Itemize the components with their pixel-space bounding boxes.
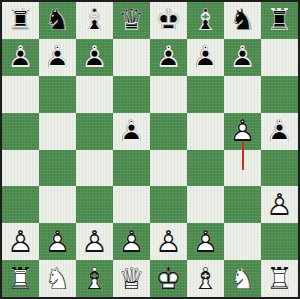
square-f5[interactable] bbox=[187, 113, 224, 150]
square-f6[interactable] bbox=[187, 76, 224, 113]
square-a1[interactable]: ♜♖ bbox=[2, 260, 39, 297]
square-d3[interactable] bbox=[113, 186, 150, 223]
square-g4[interactable] bbox=[224, 150, 261, 187]
piece-black-pawn-e7[interactable]: ♟♙ bbox=[150, 39, 187, 76]
piece-black-pawn-g7[interactable]: ♟♙ bbox=[224, 39, 261, 76]
square-g5[interactable]: ♟♙ bbox=[224, 113, 261, 150]
piece-glyph-outline: ♔ bbox=[150, 260, 187, 297]
piece-glyph-outline: ♙ bbox=[2, 39, 39, 76]
piece-glyph-outline: ♙ bbox=[76, 39, 113, 76]
piece-white-pawn-g5[interactable]: ♟♙ bbox=[224, 113, 261, 150]
chess-board-grid: ♜♖♞♘♝♗♛♕♚♔♝♗♞♘♜♖♟♙♟♙♟♙♟♙♟♙♟♙♟♙♟♙♟♙♟♙♟♙♟♙… bbox=[2, 2, 298, 297]
piece-black-knight-b8[interactable]: ♞♘ bbox=[39, 2, 76, 39]
square-f7[interactable]: ♟♙ bbox=[187, 39, 224, 76]
square-f2[interactable]: ♟♙ bbox=[187, 223, 224, 260]
piece-glyph-outline: ♙ bbox=[261, 186, 298, 223]
square-h6[interactable] bbox=[261, 76, 298, 113]
square-f1[interactable]: ♝♗ bbox=[187, 260, 224, 297]
square-a2[interactable]: ♟♙ bbox=[2, 223, 39, 260]
piece-white-pawn-f2[interactable]: ♟♙ bbox=[187, 223, 224, 260]
square-h5[interactable]: ♟♙ bbox=[261, 113, 298, 150]
square-c1[interactable]: ♝♗ bbox=[76, 260, 113, 297]
square-g2[interactable] bbox=[224, 223, 261, 260]
square-e5[interactable] bbox=[150, 113, 187, 150]
piece-black-pawn-a7[interactable]: ♟♙ bbox=[2, 39, 39, 76]
piece-glyph-outline: ♙ bbox=[224, 39, 261, 76]
square-b6[interactable] bbox=[39, 76, 76, 113]
square-h8[interactable]: ♜♖ bbox=[261, 2, 298, 39]
square-c3[interactable] bbox=[76, 186, 113, 223]
piece-glyph-outline: ♙ bbox=[224, 113, 261, 150]
square-g3[interactable] bbox=[224, 186, 261, 223]
square-c6[interactable] bbox=[76, 76, 113, 113]
square-b1[interactable]: ♞♘ bbox=[39, 260, 76, 297]
square-g8[interactable]: ♞♘ bbox=[224, 2, 261, 39]
piece-white-pawn-a2[interactable]: ♟♙ bbox=[2, 223, 39, 260]
piece-glyph-outline: ♙ bbox=[187, 223, 224, 260]
square-g7[interactable]: ♟♙ bbox=[224, 39, 261, 76]
square-b3[interactable] bbox=[39, 186, 76, 223]
piece-black-rook-a8[interactable]: ♜♖ bbox=[2, 2, 39, 39]
square-b8[interactable]: ♞♘ bbox=[39, 2, 76, 39]
square-a5[interactable] bbox=[2, 113, 39, 150]
piece-black-king-e8[interactable]: ♚♔ bbox=[150, 2, 187, 39]
piece-glyph-outline: ♙ bbox=[76, 223, 113, 260]
piece-white-bishop-f1[interactable]: ♝♗ bbox=[187, 260, 224, 297]
square-d6[interactable] bbox=[113, 76, 150, 113]
square-d5[interactable]: ♟♙ bbox=[113, 113, 150, 150]
piece-glyph-outline: ♙ bbox=[113, 113, 150, 150]
square-b4[interactable] bbox=[39, 150, 76, 187]
piece-white-rook-h1[interactable]: ♜♖ bbox=[261, 260, 298, 297]
piece-glyph-outline: ♘ bbox=[39, 260, 76, 297]
square-e7[interactable]: ♟♙ bbox=[150, 39, 187, 76]
chess-board: ♜♖♞♘♝♗♛♕♚♔♝♗♞♘♜♖♟♙♟♙♟♙♟♙♟♙♟♙♟♙♟♙♟♙♟♙♟♙♟♙… bbox=[0, 0, 300, 299]
piece-black-rook-h8[interactable]: ♜♖ bbox=[261, 2, 298, 39]
square-e8[interactable]: ♚♔ bbox=[150, 2, 187, 39]
piece-black-knight-g8[interactable]: ♞♘ bbox=[224, 2, 261, 39]
piece-white-knight-b1[interactable]: ♞♘ bbox=[39, 260, 76, 297]
square-d1[interactable]: ♛♕ bbox=[113, 260, 150, 297]
piece-glyph-outline: ♕ bbox=[113, 2, 150, 39]
square-d4[interactable] bbox=[113, 150, 150, 187]
square-c2[interactable]: ♟♙ bbox=[76, 223, 113, 260]
piece-white-pawn-c2[interactable]: ♟♙ bbox=[76, 223, 113, 260]
piece-white-pawn-h3[interactable]: ♟♙ bbox=[261, 186, 298, 223]
piece-white-pawn-d2[interactable]: ♟♙ bbox=[113, 223, 150, 260]
piece-glyph-outline: ♖ bbox=[261, 2, 298, 39]
piece-glyph-outline: ♘ bbox=[224, 260, 261, 297]
square-h3[interactable]: ♟♙ bbox=[261, 186, 298, 223]
square-d7[interactable] bbox=[113, 39, 150, 76]
piece-glyph-outline: ♗ bbox=[187, 2, 224, 39]
piece-glyph-outline: ♘ bbox=[224, 2, 261, 39]
piece-black-queen-d8[interactable]: ♛♕ bbox=[113, 2, 150, 39]
piece-black-pawn-c7[interactable]: ♟♙ bbox=[76, 39, 113, 76]
piece-glyph-outline: ♖ bbox=[2, 260, 39, 297]
piece-white-bishop-c1[interactable]: ♝♗ bbox=[76, 260, 113, 297]
piece-glyph-outline: ♙ bbox=[2, 223, 39, 260]
square-e2[interactable]: ♟♙ bbox=[150, 223, 187, 260]
piece-black-bishop-c8[interactable]: ♝♗ bbox=[76, 2, 113, 39]
piece-glyph-outline: ♗ bbox=[187, 260, 224, 297]
piece-glyph-outline: ♗ bbox=[76, 260, 113, 297]
square-e3[interactable] bbox=[150, 186, 187, 223]
square-e4[interactable] bbox=[150, 150, 187, 187]
piece-glyph-outline: ♙ bbox=[113, 223, 150, 260]
piece-glyph-outline: ♘ bbox=[39, 2, 76, 39]
square-b2[interactable]: ♟♙ bbox=[39, 223, 76, 260]
square-a7[interactable]: ♟♙ bbox=[2, 39, 39, 76]
piece-black-pawn-b7[interactable]: ♟♙ bbox=[39, 39, 76, 76]
piece-glyph-outline: ♙ bbox=[187, 39, 224, 76]
square-c5[interactable] bbox=[76, 113, 113, 150]
piece-black-pawn-h5[interactable]: ♟♙ bbox=[261, 113, 298, 150]
piece-black-pawn-f7[interactable]: ♟♙ bbox=[187, 39, 224, 76]
piece-glyph-outline: ♙ bbox=[261, 113, 298, 150]
square-f8[interactable]: ♝♗ bbox=[187, 2, 224, 39]
square-h4[interactable] bbox=[261, 150, 298, 187]
square-e6[interactable] bbox=[150, 76, 187, 113]
square-b7[interactable]: ♟♙ bbox=[39, 39, 76, 76]
square-a6[interactable] bbox=[2, 76, 39, 113]
piece-glyph-outline: ♗ bbox=[76, 2, 113, 39]
piece-white-pawn-e2[interactable]: ♟♙ bbox=[150, 223, 187, 260]
piece-glyph-outline: ♔ bbox=[150, 2, 187, 39]
piece-black-bishop-f8[interactable]: ♝♗ bbox=[187, 2, 224, 39]
piece-white-pawn-b2[interactable]: ♟♙ bbox=[39, 223, 76, 260]
piece-glyph-outline: ♙ bbox=[39, 39, 76, 76]
square-f4[interactable] bbox=[187, 150, 224, 187]
square-d2[interactable]: ♟♙ bbox=[113, 223, 150, 260]
square-h1[interactable]: ♜♖ bbox=[261, 260, 298, 297]
square-e1[interactable]: ♚♔ bbox=[150, 260, 187, 297]
piece-black-pawn-d5[interactable]: ♟♙ bbox=[113, 113, 150, 150]
square-b5[interactable] bbox=[39, 113, 76, 150]
square-d8[interactable]: ♛♕ bbox=[113, 2, 150, 39]
piece-glyph-outline: ♕ bbox=[113, 260, 150, 297]
piece-glyph-outline: ♙ bbox=[150, 223, 187, 260]
square-c7[interactable]: ♟♙ bbox=[76, 39, 113, 76]
square-g1[interactable]: ♞♘ bbox=[224, 260, 261, 297]
square-g6[interactable] bbox=[224, 76, 261, 113]
piece-white-king-e1[interactable]: ♚♔ bbox=[150, 260, 187, 297]
square-a4[interactable] bbox=[2, 150, 39, 187]
square-h2[interactable] bbox=[261, 223, 298, 260]
piece-glyph-outline: ♙ bbox=[39, 223, 76, 260]
piece-glyph-outline: ♙ bbox=[150, 39, 187, 76]
piece-white-queen-d1[interactable]: ♛♕ bbox=[113, 260, 150, 297]
square-a3[interactable] bbox=[2, 186, 39, 223]
piece-white-rook-a1[interactable]: ♜♖ bbox=[2, 260, 39, 297]
square-a8[interactable]: ♜♖ bbox=[2, 2, 39, 39]
piece-glyph-outline: ♖ bbox=[261, 260, 298, 297]
square-c4[interactable] bbox=[76, 150, 113, 187]
piece-white-knight-g1[interactable]: ♞♘ bbox=[224, 260, 261, 297]
piece-glyph-outline: ♖ bbox=[2, 2, 39, 39]
square-h7[interactable] bbox=[261, 39, 298, 76]
square-f3[interactable] bbox=[187, 186, 224, 223]
square-c8[interactable]: ♝♗ bbox=[76, 2, 113, 39]
